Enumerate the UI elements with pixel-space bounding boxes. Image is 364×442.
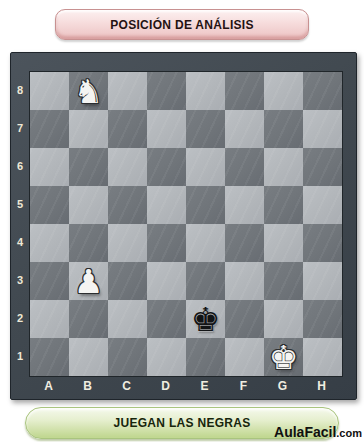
rank-label-8: 8 [11,71,29,109]
square-g6 [264,148,303,186]
square-h8 [303,72,342,110]
square-c5 [108,186,147,224]
square-b3: ♟ [69,262,108,300]
file-label-d: D [146,376,185,397]
square-d4 [147,224,186,262]
white-king: ♚ [269,341,299,374]
square-b4 [69,224,108,262]
file-label-h: H [302,376,341,397]
square-h6 [303,148,342,186]
square-a2 [30,300,69,338]
square-b6 [69,148,108,186]
square-h5 [303,186,342,224]
rank-label-5: 5 [11,185,29,223]
file-label-e: E [185,376,224,397]
square-c1 [108,338,147,376]
square-d8 [147,72,186,110]
page: POSICIÓN DE ANÁLISIS 87654321 ♞♟♚♚ ABCDE… [0,0,364,442]
square-f3 [225,262,264,300]
square-b5 [69,186,108,224]
square-d3 [147,262,186,300]
square-f7 [225,110,264,148]
rank-labels: 87654321 [11,71,29,375]
square-h7 [303,110,342,148]
rank-label-6: 6 [11,147,29,185]
white-pawn: ♟ [74,265,104,298]
square-c7 [108,110,147,148]
rank-label-2: 2 [11,299,29,337]
square-c6 [108,148,147,186]
file-label-f: F [224,376,263,397]
square-g1: ♚ [264,338,303,376]
square-g4 [264,224,303,262]
square-a3 [30,262,69,300]
rank-label-1: 1 [11,337,29,375]
square-b1 [69,338,108,376]
square-g7 [264,110,303,148]
white-knight: ♞ [74,75,104,108]
square-h1 [303,338,342,376]
square-a1 [30,338,69,376]
brand-suffix: .com [336,427,362,439]
square-g5 [264,186,303,224]
square-f5 [225,186,264,224]
square-d6 [147,148,186,186]
square-g2 [264,300,303,338]
square-e6 [186,148,225,186]
square-a6 [30,148,69,186]
square-c2 [108,300,147,338]
square-e2: ♚ [186,300,225,338]
square-b8: ♞ [69,72,108,110]
brand-name: AulaFacil [274,424,336,440]
square-c8 [108,72,147,110]
square-h2 [303,300,342,338]
square-f8 [225,72,264,110]
page-title: POSICIÓN DE ANÁLISIS [110,18,254,32]
square-h3 [303,262,342,300]
file-label-b: B [68,376,107,397]
rank-label-3: 3 [11,261,29,299]
brand-watermark: AulaFacil.com [274,423,362,441]
file-labels: ABCDEFGH [29,376,341,397]
square-f1 [225,338,264,376]
square-b7 [69,110,108,148]
square-a4 [30,224,69,262]
square-d1 [147,338,186,376]
square-a7 [30,110,69,148]
side-to-move-label: JUEGAN LAS NEGRAS [113,416,250,430]
square-e1 [186,338,225,376]
square-g8 [264,72,303,110]
title-banner: POSICIÓN DE ANÁLISIS [55,9,309,40]
square-d5 [147,186,186,224]
rank-label-4: 4 [11,223,29,261]
square-e8 [186,72,225,110]
square-d7 [147,110,186,148]
square-a8 [30,72,69,110]
square-e5 [186,186,225,224]
square-f4 [225,224,264,262]
square-b2 [69,300,108,338]
square-h4 [303,224,342,262]
square-f2 [225,300,264,338]
square-d2 [147,300,186,338]
square-g3 [264,262,303,300]
square-c4 [108,224,147,262]
square-a5 [30,186,69,224]
square-c3 [108,262,147,300]
file-label-g: G [263,376,302,397]
square-e4 [186,224,225,262]
chess-board: 87654321 ♞♟♚♚ ABCDEFGH [10,52,357,400]
board-grid: ♞♟♚♚ [29,71,343,377]
square-f6 [225,148,264,186]
square-e7 [186,110,225,148]
file-label-a: A [29,376,68,397]
black-king: ♚ [191,303,221,336]
rank-label-7: 7 [11,109,29,147]
file-label-c: C [107,376,146,397]
square-e3 [186,262,225,300]
